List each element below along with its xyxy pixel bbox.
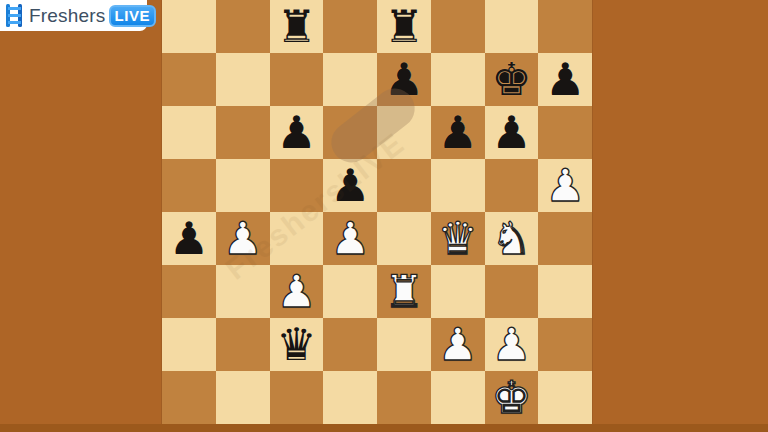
square-a8[interactable] (162, 0, 216, 53)
chess-board: FreshersLIVE ♜♜♟♚♟♟♟♟♟♟♟♟♟♛♞♟♜♛♟♟♚ (162, 0, 592, 424)
black-rook-c8: ♜ (276, 0, 316, 53)
square-b6[interactable] (216, 106, 270, 159)
bottom-strip (0, 424, 768, 432)
black-queen-c2: ♛ (276, 318, 316, 371)
square-a3[interactable] (162, 265, 216, 318)
square-h8[interactable] (538, 0, 592, 53)
black-pawn-d5: ♟ (330, 159, 370, 212)
square-d3[interactable] (323, 265, 377, 318)
white-pawn-g2: ♟ (491, 318, 531, 371)
square-e3[interactable]: ♜ (377, 265, 431, 318)
square-a4[interactable]: ♟ (162, 212, 216, 265)
square-f2[interactable]: ♟ (431, 318, 485, 371)
white-pawn-b4: ♟ (222, 212, 262, 265)
square-d4[interactable]: ♟ (323, 212, 377, 265)
square-c4[interactable] (270, 212, 324, 265)
square-d7[interactable] (323, 53, 377, 106)
square-c6[interactable]: ♟ (270, 106, 324, 159)
square-e2[interactable] (377, 318, 431, 371)
square-e4[interactable] (377, 212, 431, 265)
square-g2[interactable]: ♟ (485, 318, 539, 371)
brand-live-badge: LIVE (109, 5, 156, 27)
square-d5[interactable]: ♟ (323, 159, 377, 212)
square-g8[interactable] (485, 0, 539, 53)
white-rook-e3: ♜ (384, 265, 424, 318)
white-pawn-d4: ♟ (330, 212, 370, 265)
square-g4[interactable]: ♞ (485, 212, 539, 265)
square-b3[interactable] (216, 265, 270, 318)
square-b5[interactable] (216, 159, 270, 212)
square-c3[interactable]: ♟ (270, 265, 324, 318)
square-f8[interactable] (431, 0, 485, 53)
square-f5[interactable] (431, 159, 485, 212)
square-b2[interactable] (216, 318, 270, 371)
square-a1[interactable] (162, 371, 216, 424)
square-f1[interactable] (431, 371, 485, 424)
white-king-g1: ♚ (491, 371, 531, 424)
ladder-a-icon (5, 3, 26, 28)
square-e5[interactable] (377, 159, 431, 212)
square-b7[interactable] (216, 53, 270, 106)
square-d1[interactable] (323, 371, 377, 424)
square-d2[interactable] (323, 318, 377, 371)
brand-name: Freshers (29, 6, 106, 25)
square-h3[interactable] (538, 265, 592, 318)
square-c2[interactable]: ♛ (270, 318, 324, 371)
square-a5[interactable] (162, 159, 216, 212)
square-h2[interactable] (538, 318, 592, 371)
square-c7[interactable] (270, 53, 324, 106)
square-g3[interactable] (485, 265, 539, 318)
square-g1[interactable]: ♚ (485, 371, 539, 424)
square-h4[interactable] (538, 212, 592, 265)
black-rook-e8: ♜ (384, 0, 424, 53)
square-h6[interactable] (538, 106, 592, 159)
square-f6[interactable]: ♟ (431, 106, 485, 159)
square-d8[interactable] (323, 0, 377, 53)
square-c5[interactable] (270, 159, 324, 212)
black-pawn-a4: ♟ (169, 212, 209, 265)
square-d6[interactable] (323, 106, 377, 159)
square-b8[interactable] (216, 0, 270, 53)
black-pawn-f6: ♟ (437, 106, 477, 159)
black-king-g7: ♚ (491, 53, 531, 106)
white-queen-f4: ♛ (437, 212, 477, 265)
square-a2[interactable] (162, 318, 216, 371)
brand-logo[interactable]: Freshers LIVE (0, 0, 147, 31)
square-g5[interactable] (485, 159, 539, 212)
white-knight-g4: ♞ (491, 212, 531, 265)
square-e8[interactable]: ♜ (377, 0, 431, 53)
black-pawn-g6: ♟ (491, 106, 531, 159)
square-c1[interactable] (270, 371, 324, 424)
square-f4[interactable]: ♛ (431, 212, 485, 265)
black-pawn-h7: ♟ (545, 53, 585, 106)
square-g7[interactable]: ♚ (485, 53, 539, 106)
square-a7[interactable] (162, 53, 216, 106)
square-f7[interactable] (431, 53, 485, 106)
square-e7[interactable]: ♟ (377, 53, 431, 106)
black-pawn-c6: ♟ (276, 106, 316, 159)
square-h7[interactable]: ♟ (538, 53, 592, 106)
square-b1[interactable] (216, 371, 270, 424)
white-pawn-c3: ♟ (276, 265, 316, 318)
square-b4[interactable]: ♟ (216, 212, 270, 265)
square-c8[interactable]: ♜ (270, 0, 324, 53)
black-pawn-e7: ♟ (384, 53, 424, 106)
square-h1[interactable] (538, 371, 592, 424)
square-e6[interactable] (377, 106, 431, 159)
square-g6[interactable]: ♟ (485, 106, 539, 159)
square-a6[interactable] (162, 106, 216, 159)
square-f3[interactable] (431, 265, 485, 318)
square-h5[interactable]: ♟ (538, 159, 592, 212)
white-pawn-f2: ♟ (437, 318, 477, 371)
square-e1[interactable] (377, 371, 431, 424)
white-pawn-h5: ♟ (545, 159, 585, 212)
